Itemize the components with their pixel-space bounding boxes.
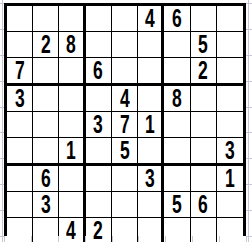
cell-r2c7[interactable] <box>164 32 190 58</box>
cell-r9c7[interactable] <box>164 218 190 242</box>
cell-r2c9[interactable] <box>217 32 243 58</box>
cell-r9c2[interactable] <box>33 218 59 242</box>
cell-r6c3[interactable]: 1 <box>59 138 85 166</box>
cell-r1c6[interactable]: 4 <box>138 6 164 32</box>
sheet-gridline-tick <box>112 236 113 242</box>
spreadsheet-background: 4628576234837115363135642 <box>0 0 252 242</box>
sheet-gridline-tick <box>0 132 4 133</box>
cell-r1c7[interactable]: 6 <box>164 6 190 32</box>
sheet-gridline-tick <box>0 236 4 237</box>
cell-r4c9[interactable] <box>217 86 243 112</box>
cell-r6c1[interactable] <box>7 138 33 166</box>
cell-r6c4[interactable] <box>86 138 112 166</box>
sheet-gridline-tick <box>58 236 59 242</box>
cell-r3c1[interactable]: 7 <box>7 58 33 86</box>
sheet-gridline-tick <box>85 236 86 242</box>
sheet-gridline-tick <box>0 29 4 30</box>
sheet-gridline-tick <box>192 236 193 242</box>
cell-r5c3[interactable] <box>59 112 85 138</box>
sheet-gridline-tick <box>246 3 252 4</box>
digit: 7 <box>15 58 25 83</box>
cell-r1c1[interactable] <box>7 6 33 32</box>
sheet-gridline-tick <box>219 236 220 242</box>
sheet-gridline-tick <box>0 158 4 159</box>
cell-r5c2[interactable] <box>33 112 59 138</box>
cell-r7c7[interactable] <box>164 166 190 192</box>
cell-r3c2[interactable] <box>33 58 59 86</box>
sheet-gridline-tick <box>0 81 4 82</box>
cell-r5c8[interactable] <box>191 112 217 138</box>
cell-r8c1[interactable] <box>7 192 33 218</box>
cell-r8c6[interactable] <box>138 192 164 218</box>
digit: 6 <box>41 166 51 191</box>
sheet-gridline-tick <box>246 132 252 133</box>
cell-r5c1[interactable] <box>7 112 33 138</box>
cell-r4c6[interactable] <box>138 86 164 112</box>
cell-r8c7[interactable]: 5 <box>164 192 190 218</box>
cell-r7c6[interactable]: 3 <box>138 166 164 192</box>
digit: 2 <box>41 32 51 57</box>
cell-r9c3[interactable]: 4 <box>59 218 85 242</box>
cell-r4c5[interactable]: 4 <box>112 86 138 112</box>
digit: 3 <box>145 166 155 191</box>
cell-r3c9[interactable] <box>217 58 243 86</box>
cell-r4c3[interactable] <box>59 86 85 112</box>
sheet-gridline-tick <box>246 184 252 185</box>
digit: 3 <box>93 112 103 137</box>
cell-r6c5[interactable]: 5 <box>112 138 138 166</box>
cell-r8c8[interactable]: 6 <box>191 192 217 218</box>
cell-r2c5[interactable] <box>112 32 138 58</box>
sudoku-board: 4628576234837115363135642 <box>4 3 246 236</box>
digit: 1 <box>66 138 76 163</box>
cell-r5c4[interactable]: 3 <box>86 112 112 138</box>
sheet-gridline-tick <box>0 3 4 4</box>
digit: 6 <box>172 6 182 31</box>
digit: 5 <box>120 138 130 163</box>
cell-r1c3[interactable] <box>59 6 85 32</box>
digit: 8 <box>66 32 76 57</box>
cell-r8c4[interactable] <box>86 192 112 218</box>
digit: 4 <box>66 218 76 242</box>
sheet-gridline-tick <box>246 236 247 242</box>
cell-r1c5[interactable] <box>112 6 138 32</box>
cell-r2c2[interactable]: 2 <box>33 32 59 58</box>
cell-r7c8[interactable] <box>191 166 217 192</box>
sheet-gridline-tick <box>0 210 4 211</box>
digit: 2 <box>198 58 208 83</box>
sheet-gridline-tick <box>246 29 252 30</box>
cell-r4c7[interactable]: 8 <box>164 86 190 112</box>
cell-r5c6[interactable]: 1 <box>138 112 164 138</box>
cell-r9c8[interactable] <box>191 218 217 242</box>
sheet-gridline-tick <box>31 236 32 242</box>
sheet-gridline-tick <box>0 184 4 185</box>
cell-r2c1[interactable] <box>7 32 33 58</box>
cell-r2c8[interactable]: 5 <box>191 32 217 58</box>
cell-r3c6[interactable] <box>138 58 164 86</box>
sheet-gridline-left <box>2 0 3 242</box>
cell-r2c6[interactable] <box>138 32 164 58</box>
cell-r5c7[interactable] <box>164 112 190 138</box>
cell-r2c3[interactable]: 8 <box>59 32 85 58</box>
cell-r6c7[interactable] <box>164 138 190 166</box>
cell-r7c2[interactable]: 6 <box>33 166 59 192</box>
cell-r7c1[interactable] <box>7 166 33 192</box>
digit: 5 <box>198 32 208 57</box>
cell-r3c7[interactable] <box>164 58 190 86</box>
cell-r4c2[interactable] <box>33 86 59 112</box>
sheet-gridline-tick <box>0 107 4 108</box>
digit: 6 <box>198 192 208 217</box>
sheet-gridline-tick <box>246 55 252 56</box>
cell-r4c8[interactable] <box>191 86 217 112</box>
cell-r8c3[interactable] <box>59 192 85 218</box>
cell-r5c9[interactable] <box>217 112 243 138</box>
cell-r8c2[interactable]: 3 <box>33 192 59 218</box>
cell-r4c4[interactable] <box>86 86 112 112</box>
sheet-gridline-tick <box>165 236 166 242</box>
cell-r1c8[interactable] <box>191 6 217 32</box>
cell-r1c2[interactable] <box>33 6 59 32</box>
cell-r3c3[interactable] <box>59 58 85 86</box>
cell-r9c4[interactable]: 2 <box>86 218 112 242</box>
cell-r7c5[interactable] <box>112 166 138 192</box>
digit: 3 <box>41 192 51 217</box>
digit: 3 <box>15 86 25 111</box>
cell-r1c9[interactable] <box>217 6 243 32</box>
digit: 7 <box>120 112 130 137</box>
cell-r3c8[interactable]: 2 <box>191 58 217 86</box>
cell-r9c5[interactable] <box>112 218 138 242</box>
sheet-gridline-tick <box>246 107 252 108</box>
cell-r6c6[interactable] <box>138 138 164 166</box>
cell-r4c1[interactable]: 3 <box>7 86 33 112</box>
digit: 4 <box>120 86 130 111</box>
cell-r8c9[interactable] <box>217 192 243 218</box>
digit: 1 <box>145 112 155 137</box>
cell-r6c8[interactable] <box>191 138 217 166</box>
cell-r1c4[interactable] <box>86 6 112 32</box>
sheet-gridline-tick <box>138 236 139 242</box>
cell-r7c9[interactable]: 1 <box>217 166 243 192</box>
sheet-gridline-tick <box>246 158 252 159</box>
sheet-gridline-right <box>248 0 249 242</box>
sheet-gridline-tick <box>0 55 4 56</box>
digit: 6 <box>93 58 103 83</box>
cell-r8c5[interactable] <box>112 192 138 218</box>
cell-r2c4[interactable] <box>86 32 112 58</box>
cell-r9c9[interactable] <box>217 218 243 242</box>
digit: 8 <box>172 86 182 111</box>
cell-r3c4[interactable]: 6 <box>86 58 112 86</box>
digit: 3 <box>225 138 235 163</box>
digit: 4 <box>145 6 155 31</box>
digit: 2 <box>93 218 103 242</box>
cell-r7c3[interactable] <box>59 166 85 192</box>
cell-r6c2[interactable] <box>33 138 59 166</box>
sheet-gridline-tick <box>246 210 252 211</box>
cell-r5c5[interactable]: 7 <box>112 112 138 138</box>
digit: 1 <box>225 166 235 191</box>
cell-r7c4[interactable] <box>86 166 112 192</box>
cell-r6c9[interactable]: 3 <box>217 138 243 166</box>
digit: 5 <box>172 192 182 217</box>
cell-r9c6[interactable] <box>138 218 164 242</box>
sheet-gridline-tick <box>4 236 5 242</box>
cell-r9c1[interactable] <box>7 218 33 242</box>
sheet-gridline-tick <box>246 81 252 82</box>
cell-r3c5[interactable] <box>112 58 138 86</box>
